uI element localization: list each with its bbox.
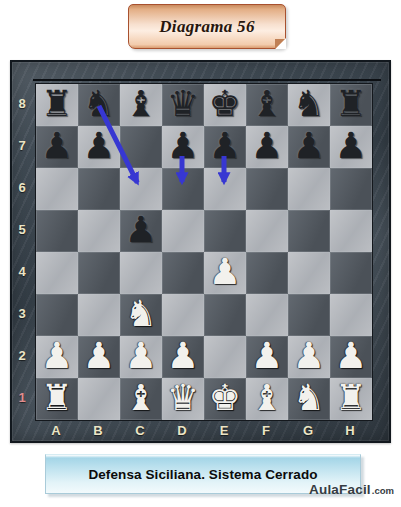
piece-black-pawn: ♟ — [167, 125, 199, 167]
piece-black-bishop: ♝ — [125, 83, 157, 125]
square-d8: ♛ — [162, 84, 204, 126]
title-fold-corner-icon — [275, 38, 286, 49]
piece-white-bishop: ♝ — [125, 377, 157, 419]
piece-white-queen: ♛ — [167, 377, 199, 419]
square-f4 — [246, 252, 288, 294]
square-b5 — [78, 210, 120, 252]
square-g3 — [288, 294, 330, 336]
piece-black-pawn: ♟ — [251, 125, 283, 167]
piece-white-pawn: ♟ — [209, 251, 241, 293]
piece-black-bishop: ♝ — [251, 83, 283, 125]
piece-white-knight: ♞ — [125, 293, 157, 335]
square-g8: ♞ — [288, 84, 330, 126]
square-h4 — [330, 252, 372, 294]
piece-white-rook: ♜ — [41, 377, 73, 419]
square-h5 — [330, 210, 372, 252]
square-a6 — [36, 168, 78, 210]
piece-white-king: ♚ — [209, 377, 241, 419]
square-f3 — [246, 294, 288, 336]
piece-black-rook: ♜ — [41, 83, 73, 125]
file-label-f: F — [245, 422, 287, 440]
square-e8: ♚ — [204, 84, 246, 126]
piece-black-pawn: ♟ — [83, 125, 115, 167]
file-label-a: A — [35, 422, 77, 440]
piece-white-pawn: ♟ — [293, 335, 325, 377]
square-c8: ♝ — [120, 84, 162, 126]
piece-white-rook: ♜ — [335, 377, 367, 419]
square-h6 — [330, 168, 372, 210]
piece-black-pawn: ♟ — [293, 125, 325, 167]
piece-white-pawn: ♟ — [167, 335, 199, 377]
square-d1: ♛ — [162, 378, 204, 420]
square-d2: ♟ — [162, 336, 204, 378]
piece-white-bishop: ♝ — [251, 377, 283, 419]
square-a4 — [36, 252, 78, 294]
square-a5 — [36, 210, 78, 252]
square-d5 — [162, 210, 204, 252]
square-f5 — [246, 210, 288, 252]
square-b2: ♟ — [78, 336, 120, 378]
square-d3 — [162, 294, 204, 336]
rank-label-4: 4 — [11, 251, 33, 293]
caption-text: Defensa Siciliana. Sistema Cerrado — [88, 467, 317, 482]
piece-black-pawn: ♟ — [125, 209, 157, 251]
square-e6 — [204, 168, 246, 210]
file-label-c: C — [119, 422, 161, 440]
piece-black-pawn: ♟ — [209, 125, 241, 167]
file-label-b: B — [77, 422, 119, 440]
square-b6 — [78, 168, 120, 210]
square-a8: ♜ — [36, 84, 78, 126]
square-g7: ♟ — [288, 126, 330, 168]
square-f7: ♟ — [246, 126, 288, 168]
square-b4 — [78, 252, 120, 294]
file-label-h: H — [329, 422, 371, 440]
piece-black-pawn: ♟ — [335, 125, 367, 167]
square-c5: ♟ — [120, 210, 162, 252]
square-c3: ♞ — [120, 294, 162, 336]
square-h8: ♜ — [330, 84, 372, 126]
square-a2: ♟ — [36, 336, 78, 378]
square-g4 — [288, 252, 330, 294]
piece-black-rook: ♜ — [335, 83, 367, 125]
piece-white-pawn: ♟ — [125, 335, 157, 377]
diagram-title-box: Diagrama 56 — [128, 4, 286, 49]
piece-white-pawn: ♟ — [83, 335, 115, 377]
square-e5 — [204, 210, 246, 252]
square-b8: ♞ — [78, 84, 120, 126]
piece-black-queen: ♛ — [167, 83, 199, 125]
piece-black-knight: ♞ — [293, 83, 325, 125]
piece-white-pawn: ♟ — [41, 335, 73, 377]
square-a1: ♜ — [36, 378, 78, 420]
piece-black-king: ♚ — [209, 83, 241, 125]
square-b7: ♟ — [78, 126, 120, 168]
square-f8: ♝ — [246, 84, 288, 126]
file-label-d: D — [161, 422, 203, 440]
rank-label-8: 8 — [11, 83, 33, 125]
square-f1: ♝ — [246, 378, 288, 420]
square-h1: ♜ — [330, 378, 372, 420]
piece-black-knight: ♞ — [83, 83, 115, 125]
square-f6 — [246, 168, 288, 210]
square-c2: ♟ — [120, 336, 162, 378]
square-h3 — [330, 294, 372, 336]
square-g6 — [288, 168, 330, 210]
page: Diagrama 56 87654321 ABCDEFGH ♜♞♝♛♚♝♞♜♟♟… — [0, 0, 401, 507]
rank-label-1: 1 — [11, 377, 33, 419]
square-c7 — [120, 126, 162, 168]
square-e1: ♚ — [204, 378, 246, 420]
square-e4: ♟ — [204, 252, 246, 294]
square-d7: ♟ — [162, 126, 204, 168]
brand-logo: AulaFacil .com — [309, 482, 394, 497]
rank-label-5: 5 — [11, 209, 33, 251]
square-b3 — [78, 294, 120, 336]
diagram-title: Diagrama 56 — [159, 17, 254, 37]
square-g1: ♞ — [288, 378, 330, 420]
square-g5 — [288, 210, 330, 252]
piece-black-pawn: ♟ — [41, 125, 73, 167]
rank-label-6: 6 — [11, 167, 33, 209]
square-g2: ♟ — [288, 336, 330, 378]
square-a3 — [36, 294, 78, 336]
square-h7: ♟ — [330, 126, 372, 168]
rank-label-2: 2 — [11, 335, 33, 377]
rank-label-3: 3 — [11, 293, 33, 335]
square-c4 — [120, 252, 162, 294]
piece-white-pawn: ♟ — [335, 335, 367, 377]
square-d6 — [162, 168, 204, 210]
chess-board-frame: 87654321 ABCDEFGH ♜♞♝♛♚♝♞♜♟♟♟♟♟♟♟♟♟♞♟♟♟♟… — [10, 60, 391, 443]
file-label-e: E — [203, 422, 245, 440]
chess-board: ♜♞♝♛♚♝♞♜♟♟♟♟♟♟♟♟♟♞♟♟♟♟♟♟♟♜♝♛♚♝♞♜ — [35, 83, 373, 421]
brand-name: AulaFacil — [309, 482, 371, 497]
file-label-g: G — [287, 422, 329, 440]
square-c6 — [120, 168, 162, 210]
rank-label-7: 7 — [11, 125, 33, 167]
piece-white-pawn: ♟ — [251, 335, 283, 377]
square-d4 — [162, 252, 204, 294]
square-e7: ♟ — [204, 126, 246, 168]
square-h2: ♟ — [330, 336, 372, 378]
square-e3 — [204, 294, 246, 336]
brand-suffix: .com — [372, 485, 394, 496]
square-e2 — [204, 336, 246, 378]
board-top-line — [33, 79, 381, 81]
square-c1: ♝ — [120, 378, 162, 420]
square-b1 — [78, 378, 120, 420]
square-a7: ♟ — [36, 126, 78, 168]
piece-white-knight: ♞ — [293, 377, 325, 419]
square-f2: ♟ — [246, 336, 288, 378]
